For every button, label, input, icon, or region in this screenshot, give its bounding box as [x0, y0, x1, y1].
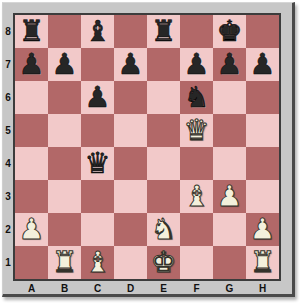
square-a8[interactable]: ♜ — [15, 15, 48, 48]
square-g6[interactable] — [213, 81, 246, 114]
square-f6[interactable]: ♞ — [180, 81, 213, 114]
square-c7[interactable] — [81, 48, 114, 81]
white-bishop-f3[interactable]: ♝ — [184, 180, 210, 213]
square-b7[interactable]: ♟ — [48, 48, 81, 81]
rank-labels: 87654321 — [3, 15, 13, 279]
square-a3[interactable] — [15, 180, 48, 213]
square-c5[interactable] — [81, 114, 114, 147]
square-g5[interactable] — [213, 114, 246, 147]
square-h8[interactable] — [246, 15, 279, 48]
square-d1[interactable] — [114, 246, 147, 279]
square-f7[interactable]: ♟ — [180, 48, 213, 81]
square-g4[interactable] — [213, 147, 246, 180]
white-bishop-c1[interactable]: ♝ — [85, 246, 111, 279]
file-label-c: C — [81, 281, 114, 296]
square-h2[interactable]: ♟ — [246, 213, 279, 246]
square-e7[interactable] — [147, 48, 180, 81]
square-a7[interactable]: ♟ — [15, 48, 48, 81]
square-e5[interactable] — [147, 114, 180, 147]
black-pawn-h7[interactable]: ♟ — [250, 48, 276, 81]
square-d5[interactable] — [114, 114, 147, 147]
file-label-a: A — [15, 281, 48, 296]
rank-label-5: 5 — [3, 114, 13, 147]
square-a2[interactable]: ♟ — [15, 213, 48, 246]
square-e2[interactable]: ♞ — [147, 213, 180, 246]
square-c4[interactable]: ♛ — [81, 147, 114, 180]
square-h7[interactable]: ♟ — [246, 48, 279, 81]
black-pawn-d7[interactable]: ♟ — [118, 48, 144, 81]
white-rook-h1[interactable]: ♜ — [250, 246, 276, 279]
black-knight-f6[interactable]: ♞ — [184, 81, 210, 114]
rank-label-1: 1 — [3, 246, 13, 279]
square-b1[interactable]: ♜ — [48, 246, 81, 279]
square-h4[interactable] — [246, 147, 279, 180]
square-c2[interactable] — [81, 213, 114, 246]
square-c3[interactable] — [81, 180, 114, 213]
square-g7[interactable]: ♟ — [213, 48, 246, 81]
file-label-b: B — [48, 281, 81, 296]
rank-label-8: 8 — [3, 15, 13, 48]
square-c8[interactable]: ♝ — [81, 15, 114, 48]
file-labels: ABCDEFGH — [15, 281, 283, 296]
square-f3[interactable]: ♝ — [180, 180, 213, 213]
black-pawn-a7[interactable]: ♟ — [19, 48, 45, 81]
diagram-frame: 87654321 ♜♝♜♚♟♟♟♟♟♟♟♞♛♛♝♟♟♞♟♜♝♚♜ ABCDEFG… — [2, 2, 295, 297]
white-pawn-a2[interactable]: ♟ — [19, 213, 45, 246]
white-knight-e2[interactable]: ♞ — [151, 213, 177, 246]
square-h6[interactable] — [246, 81, 279, 114]
square-g1[interactable] — [213, 246, 246, 279]
square-e8[interactable]: ♜ — [147, 15, 180, 48]
square-a5[interactable] — [15, 114, 48, 147]
black-king-g8[interactable]: ♚ — [217, 15, 243, 48]
square-b4[interactable] — [48, 147, 81, 180]
white-rook-b1[interactable]: ♜ — [52, 246, 78, 279]
black-pawn-g7[interactable]: ♟ — [217, 48, 243, 81]
rank-label-4: 4 — [3, 147, 13, 180]
white-king-e1[interactable]: ♚ — [151, 246, 177, 279]
square-a1[interactable] — [15, 246, 48, 279]
square-f4[interactable] — [180, 147, 213, 180]
file-label-g: G — [213, 281, 246, 296]
square-f2[interactable] — [180, 213, 213, 246]
chess-board[interactable]: ♜♝♜♚♟♟♟♟♟♟♟♞♛♛♝♟♟♞♟♜♝♚♜ — [13, 13, 281, 281]
square-c1[interactable]: ♝ — [81, 246, 114, 279]
black-bishop-c8[interactable]: ♝ — [85, 15, 111, 48]
square-a4[interactable] — [15, 147, 48, 180]
square-h3[interactable] — [246, 180, 279, 213]
square-a6[interactable] — [15, 81, 48, 114]
square-h1[interactable]: ♜ — [246, 246, 279, 279]
black-pawn-f7[interactable]: ♟ — [184, 48, 210, 81]
square-b2[interactable] — [48, 213, 81, 246]
white-pawn-g3[interactable]: ♟ — [217, 180, 243, 213]
black-rook-e8[interactable]: ♜ — [151, 15, 177, 48]
square-e1[interactable]: ♚ — [147, 246, 180, 279]
square-e4[interactable] — [147, 147, 180, 180]
black-pawn-b7[interactable]: ♟ — [52, 48, 78, 81]
file-label-d: D — [114, 281, 147, 296]
square-b3[interactable] — [48, 180, 81, 213]
rank-label-3: 3 — [3, 180, 13, 213]
black-queen-c4[interactable]: ♛ — [85, 147, 111, 180]
rank-label-6: 6 — [3, 81, 13, 114]
square-d8[interactable] — [114, 15, 147, 48]
square-e3[interactable] — [147, 180, 180, 213]
square-b5[interactable] — [48, 114, 81, 147]
square-b8[interactable] — [48, 15, 81, 48]
file-label-f: F — [180, 281, 213, 296]
square-f8[interactable] — [180, 15, 213, 48]
square-d6[interactable] — [114, 81, 147, 114]
rank-label-2: 2 — [3, 213, 13, 246]
file-label-e: E — [147, 281, 180, 296]
square-d2[interactable] — [114, 213, 147, 246]
square-d4[interactable] — [114, 147, 147, 180]
white-queen-f5[interactable]: ♛ — [184, 114, 210, 147]
square-g3[interactable]: ♟ — [213, 180, 246, 213]
square-f5[interactable]: ♛ — [180, 114, 213, 147]
square-h5[interactable] — [246, 114, 279, 147]
black-rook-a8[interactable]: ♜ — [19, 15, 45, 48]
rank-label-7: 7 — [3, 48, 13, 81]
white-pawn-h2[interactable]: ♟ — [250, 213, 276, 246]
square-b6[interactable] — [48, 81, 81, 114]
square-c6[interactable]: ♟ — [81, 81, 114, 114]
square-f1[interactable] — [180, 246, 213, 279]
file-label-h: H — [246, 281, 279, 296]
square-e6[interactable] — [147, 81, 180, 114]
square-d7[interactable]: ♟ — [114, 48, 147, 81]
square-g2[interactable] — [213, 213, 246, 246]
black-pawn-c6[interactable]: ♟ — [85, 81, 111, 114]
square-g8[interactable]: ♚ — [213, 15, 246, 48]
square-d3[interactable] — [114, 180, 147, 213]
